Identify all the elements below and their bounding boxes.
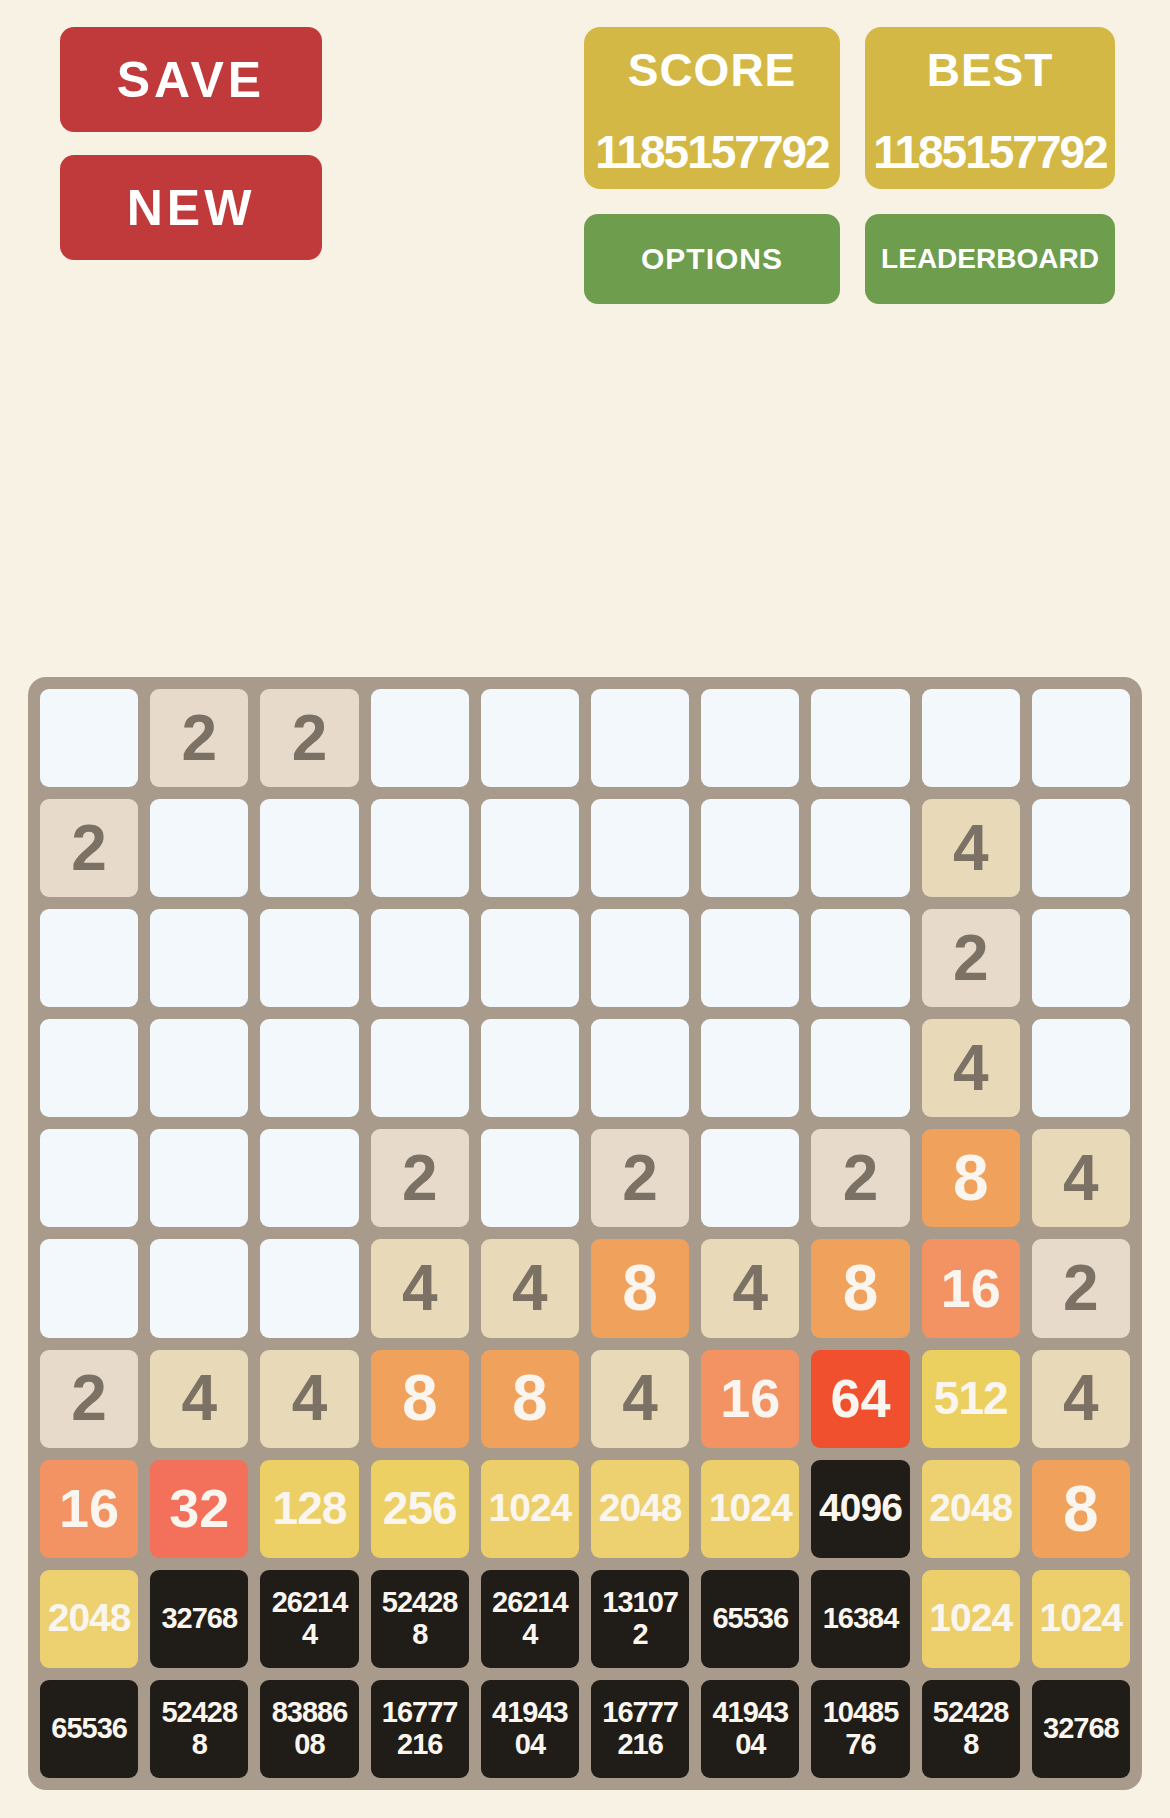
- cell-r3c6-empty: [591, 909, 689, 1007]
- cell-r9c9-tile-1024: 1024: [922, 1570, 1020, 1668]
- cell-r10c6-tile-16777216: 16777216: [591, 1680, 689, 1778]
- score-box: SCORE 1185157792: [584, 27, 840, 189]
- cell-r5c10-tile-4: 4: [1032, 1129, 1130, 1227]
- cell-r2c4-empty: [371, 799, 469, 897]
- cell-r6c10-tile-2: 2: [1032, 1239, 1130, 1337]
- cell-r8c9-tile-2048: 2048: [922, 1460, 1020, 1558]
- cell-r8c2-tile-32: 32: [150, 1460, 248, 1558]
- cell-r8c3-tile-128: 128: [260, 1460, 358, 1558]
- cell-r6c2-empty: [150, 1239, 248, 1337]
- cell-r7c8-tile-64: 64: [811, 1350, 909, 1448]
- cell-r5c9-tile-8: 8: [922, 1129, 1020, 1227]
- cell-r10c10-tile-32768: 32768: [1032, 1680, 1130, 1778]
- cell-r9c5-tile-262144: 262144: [481, 1570, 579, 1668]
- cell-r6c3-empty: [260, 1239, 358, 1337]
- cell-r3c7-empty: [701, 909, 799, 1007]
- cell-r10c1-tile-65536: 65536: [40, 1680, 138, 1778]
- new-button[interactable]: NEW: [60, 155, 322, 260]
- cell-r10c7-tile-4194304: 4194304: [701, 1680, 799, 1778]
- cell-r9c2-tile-32768: 32768: [150, 1570, 248, 1668]
- cell-r6c1-empty: [40, 1239, 138, 1337]
- cell-r5c4-tile-2: 2: [371, 1129, 469, 1227]
- cell-r4c7-empty: [701, 1019, 799, 1117]
- cell-r9c10-tile-1024: 1024: [1032, 1570, 1130, 1668]
- cell-r1c8-empty: [811, 689, 909, 787]
- cell-r3c1-empty: [40, 909, 138, 1007]
- best-value: 1185157792: [873, 129, 1106, 175]
- cell-r5c5-empty: [481, 1129, 579, 1227]
- cell-r7c7-tile-16: 16: [701, 1350, 799, 1448]
- save-button[interactable]: SAVE: [60, 27, 322, 132]
- cell-r7c1-tile-2: 2: [40, 1350, 138, 1448]
- cell-r3c2-empty: [150, 909, 248, 1007]
- cell-r2c6-empty: [591, 799, 689, 897]
- cell-r10c2-tile-524288: 524288: [150, 1680, 248, 1778]
- page: { "header": { "save_label": "SAVE", "new…: [0, 0, 1170, 1818]
- cell-r3c3-empty: [260, 909, 358, 1007]
- cell-r1c10-empty: [1032, 689, 1130, 787]
- cell-r8c5-tile-1024: 1024: [481, 1460, 579, 1558]
- cell-r3c9-tile-2: 2: [922, 909, 1020, 1007]
- cell-r2c1-tile-2: 2: [40, 799, 138, 897]
- cell-r6c4-tile-4: 4: [371, 1239, 469, 1337]
- cell-r10c3-tile-8388608: 8388608: [260, 1680, 358, 1778]
- cell-r4c9-tile-4: 4: [922, 1019, 1020, 1117]
- cell-r4c10-empty: [1032, 1019, 1130, 1117]
- cell-r8c10-tile-8: 8: [1032, 1460, 1130, 1558]
- cell-r4c4-empty: [371, 1019, 469, 1117]
- cell-r5c8-tile-2: 2: [811, 1129, 909, 1227]
- cell-r5c7-empty: [701, 1129, 799, 1227]
- cell-r1c7-empty: [701, 689, 799, 787]
- cell-r4c2-empty: [150, 1019, 248, 1117]
- best-box: BEST 1185157792: [865, 27, 1115, 189]
- cell-r8c7-tile-1024: 1024: [701, 1460, 799, 1558]
- cell-r10c5-tile-4194304: 4194304: [481, 1680, 579, 1778]
- cell-r1c5-empty: [481, 689, 579, 787]
- cell-r10c8-tile-1048576: 1048576: [811, 1680, 909, 1778]
- cell-r2c5-empty: [481, 799, 579, 897]
- cell-r1c4-empty: [371, 689, 469, 787]
- cell-r3c5-empty: [481, 909, 579, 1007]
- cell-r9c7-tile-65536: 65536: [701, 1570, 799, 1668]
- cell-r6c7-tile-4: 4: [701, 1239, 799, 1337]
- cell-r7c9-tile-512: 512: [922, 1350, 1020, 1448]
- cell-r8c6-tile-2048: 2048: [591, 1460, 689, 1558]
- cell-r2c7-empty: [701, 799, 799, 897]
- cell-r6c8-tile-8: 8: [811, 1239, 909, 1337]
- cell-r2c2-empty: [150, 799, 248, 897]
- cell-r9c6-tile-131072: 131072: [591, 1570, 689, 1668]
- cell-r2c10-empty: [1032, 799, 1130, 897]
- cell-r4c8-empty: [811, 1019, 909, 1117]
- cell-r1c3-tile-2: 2: [260, 689, 358, 787]
- options-button[interactable]: OPTIONS: [584, 214, 840, 304]
- cell-r10c4-tile-16777216: 16777216: [371, 1680, 469, 1778]
- score-value: 1185157792: [595, 129, 828, 175]
- cell-r5c3-empty: [260, 1129, 358, 1227]
- board[interactable]: 2224242228444848162244884166451241632128…: [28, 677, 1142, 1790]
- cell-r3c10-empty: [1032, 909, 1130, 1007]
- cell-r7c6-tile-4: 4: [591, 1350, 689, 1448]
- cell-r7c4-tile-8: 8: [371, 1350, 469, 1448]
- cell-r4c1-empty: [40, 1019, 138, 1117]
- cell-r5c6-tile-2: 2: [591, 1129, 689, 1227]
- cell-r3c4-empty: [371, 909, 469, 1007]
- cell-r10c9-tile-524288: 524288: [922, 1680, 1020, 1778]
- cell-r5c1-empty: [40, 1129, 138, 1227]
- cell-r2c9-tile-4: 4: [922, 799, 1020, 897]
- cell-r5c2-empty: [150, 1129, 248, 1227]
- cell-r4c6-empty: [591, 1019, 689, 1117]
- score-label: SCORE: [628, 47, 797, 93]
- cell-r1c6-empty: [591, 689, 689, 787]
- cell-r7c2-tile-4: 4: [150, 1350, 248, 1448]
- cell-r8c8-tile-4096: 4096: [811, 1460, 909, 1558]
- cell-r6c6-tile-8: 8: [591, 1239, 689, 1337]
- cell-r8c4-tile-256: 256: [371, 1460, 469, 1558]
- cell-r6c9-tile-16: 16: [922, 1239, 1020, 1337]
- cell-r7c5-tile-8: 8: [481, 1350, 579, 1448]
- cell-r4c3-empty: [260, 1019, 358, 1117]
- best-label: BEST: [927, 47, 1054, 93]
- cell-r1c9-empty: [922, 689, 1020, 787]
- cell-r2c3-empty: [260, 799, 358, 897]
- cell-r9c8-tile-16384: 16384: [811, 1570, 909, 1668]
- cell-r9c4-tile-524288: 524288: [371, 1570, 469, 1668]
- cell-r1c2-tile-2: 2: [150, 689, 248, 787]
- cell-r7c10-tile-4: 4: [1032, 1350, 1130, 1448]
- cell-r8c1-tile-16: 16: [40, 1460, 138, 1558]
- cell-r7c3-tile-4: 4: [260, 1350, 358, 1448]
- cell-r1c1-empty: [40, 689, 138, 787]
- cell-r3c8-empty: [811, 909, 909, 1007]
- cell-r9c1-tile-2048: 2048: [40, 1570, 138, 1668]
- cell-r2c8-empty: [811, 799, 909, 897]
- cell-r9c3-tile-262144: 262144: [260, 1570, 358, 1668]
- cell-r4c5-empty: [481, 1019, 579, 1117]
- leaderboard-button[interactable]: LEADERBOARD: [865, 214, 1115, 304]
- cell-r6c5-tile-4: 4: [481, 1239, 579, 1337]
